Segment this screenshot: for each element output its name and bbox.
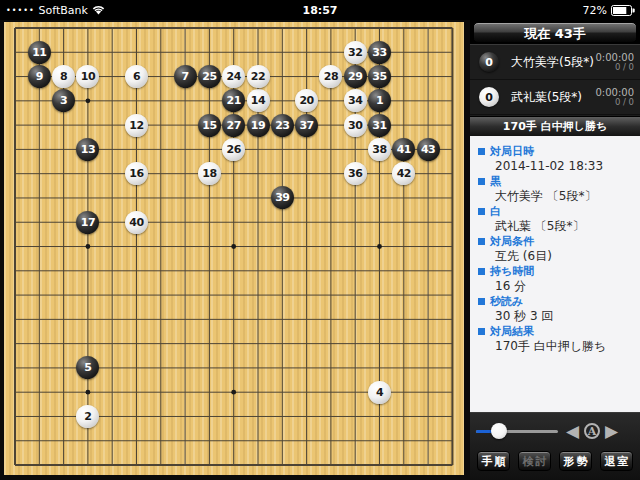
stone-black-29: 29	[344, 65, 367, 88]
player-time: 0:00:000 / 0	[595, 52, 634, 72]
blue-square-bullet-icon	[478, 268, 485, 275]
blue-square-bullet-icon	[478, 238, 485, 245]
hoshi-point	[231, 244, 236, 249]
stone-white-26: 26	[222, 138, 245, 161]
info-label: 秒読み	[478, 294, 632, 309]
hoshi-point	[231, 390, 236, 395]
nav-row: ◀ A ▶	[470, 413, 640, 449]
move-header: 現在 43手	[470, 20, 640, 44]
auto-play-button[interactable]: A	[584, 423, 600, 439]
next-move-button[interactable]: ▶	[605, 423, 618, 440]
nav-icons: ◀ A ▶	[566, 423, 618, 440]
info-value: 170手 白中押し勝ち	[495, 339, 632, 354]
button-検討: 検討	[518, 451, 551, 471]
go-board[interactable]: 1234567891011121314151617181920212223242…	[4, 22, 464, 475]
slider-track	[476, 430, 558, 433]
stone-white-22: 22	[247, 65, 270, 88]
stone-white-32: 32	[344, 41, 367, 64]
stone-black-35: 35	[368, 65, 391, 88]
slider-thumb[interactable]	[491, 423, 507, 439]
stone-white-38: 38	[368, 138, 391, 161]
info-value: 武礼葉 〔5段*〕	[495, 219, 632, 234]
info-value: 互先 (6目)	[495, 249, 632, 264]
playback-controls: ◀ A ▶ 手順検討形勢退室	[470, 412, 640, 480]
sidebar: 現在 43手 0大竹美学(5段*)0:00:000 / 00武礼葉(5段*)0:…	[470, 20, 640, 480]
stone-white-40: 40	[125, 211, 148, 234]
stone-white-8: 8	[52, 65, 75, 88]
clock: 18:57	[0, 4, 640, 17]
info-value: 16 分	[495, 279, 632, 294]
result-bar: 170手 白中押し勝ち	[470, 116, 640, 136]
player-row-black: 0大竹美学(5段*)0:00:000 / 0	[470, 45, 640, 80]
board-frame: 1234567891011121314151617181920212223242…	[0, 20, 470, 480]
stone-black-23: 23	[271, 114, 294, 137]
blue-square-bullet-icon	[478, 178, 485, 185]
stone-black-17: 17	[76, 211, 99, 234]
info-label: 対局結果	[478, 324, 632, 339]
status-right: 72%	[583, 4, 640, 17]
stone-black-7: 7	[174, 65, 197, 88]
stone-black-9: 9	[28, 65, 51, 88]
battery-icon	[611, 5, 635, 16]
player-row-white: 0武礼葉(5段*)0:00:000 / 0	[470, 80, 640, 115]
hoshi-point	[86, 244, 91, 249]
stone-black-33: 33	[368, 41, 391, 64]
white-stone-captures-icon: 0	[479, 87, 499, 107]
info-value: 大竹美学 〔5段*〕	[495, 189, 632, 204]
blue-square-bullet-icon	[478, 208, 485, 215]
player-name: 武礼葉(5段*)	[511, 89, 595, 106]
blue-square-bullet-icon	[478, 148, 485, 155]
status-bar: ••••• SoftBank 18:57 72%	[0, 0, 640, 20]
stone-white-6: 6	[125, 65, 148, 88]
stone-white-30: 30	[344, 114, 367, 137]
player-time: 0:00:000 / 0	[595, 87, 634, 107]
player-name: 大竹美学(5段*)	[511, 54, 595, 71]
player-list: 0大竹美学(5段*)0:00:000 / 00武礼葉(5段*)0:00:000 …	[470, 44, 640, 116]
button-退室[interactable]: 退室	[600, 451, 633, 471]
info-value: 2014-11-02 18:33	[495, 159, 632, 174]
info-label: 持ち時間	[478, 264, 632, 279]
app-screen: ••••• SoftBank 18:57 72% 12345678	[0, 0, 640, 480]
stone-white-12: 12	[125, 114, 148, 137]
stone-white-36: 36	[344, 162, 367, 185]
info-label: 対局日時	[478, 144, 632, 159]
stone-white-18: 18	[198, 162, 221, 185]
game-info-panel: 対局日時2014-11-02 18:33黒大竹美学 〔5段*〕白武礼葉 〔5段*…	[470, 136, 640, 412]
blue-square-bullet-icon	[478, 298, 485, 305]
stone-black-43: 43	[417, 138, 440, 161]
action-button-row: 手順検討形勢退室	[470, 449, 640, 471]
prev-move-button[interactable]: ◀	[566, 423, 579, 440]
battery-percent-label: 72%	[583, 4, 607, 17]
info-label: 黒	[478, 174, 632, 189]
info-value: 30 秒 3 回	[495, 309, 632, 324]
button-形勢[interactable]: 形勢	[559, 451, 592, 471]
stone-black-15: 15	[198, 114, 221, 137]
info-label: 対局条件	[478, 234, 632, 249]
stone-black-11: 11	[28, 41, 51, 64]
hoshi-point	[86, 98, 91, 103]
black-stone-captures-icon: 0	[479, 52, 499, 72]
stone-white-34: 34	[344, 89, 367, 112]
stone-black-31: 31	[368, 114, 391, 137]
stone-black-25: 25	[198, 65, 221, 88]
stone-white-4: 4	[368, 381, 391, 404]
stone-black-19: 19	[247, 114, 270, 137]
hoshi-point	[86, 390, 91, 395]
stone-black-27: 27	[222, 114, 245, 137]
current-move-label: 現在 43手	[473, 22, 637, 43]
stone-white-14: 14	[247, 89, 270, 112]
blue-square-bullet-icon	[478, 328, 485, 335]
stone-black-37: 37	[295, 114, 318, 137]
info-label: 白	[478, 204, 632, 219]
hoshi-point	[377, 244, 382, 249]
move-slider[interactable]	[476, 421, 558, 441]
button-手順[interactable]: 手順	[477, 451, 510, 471]
